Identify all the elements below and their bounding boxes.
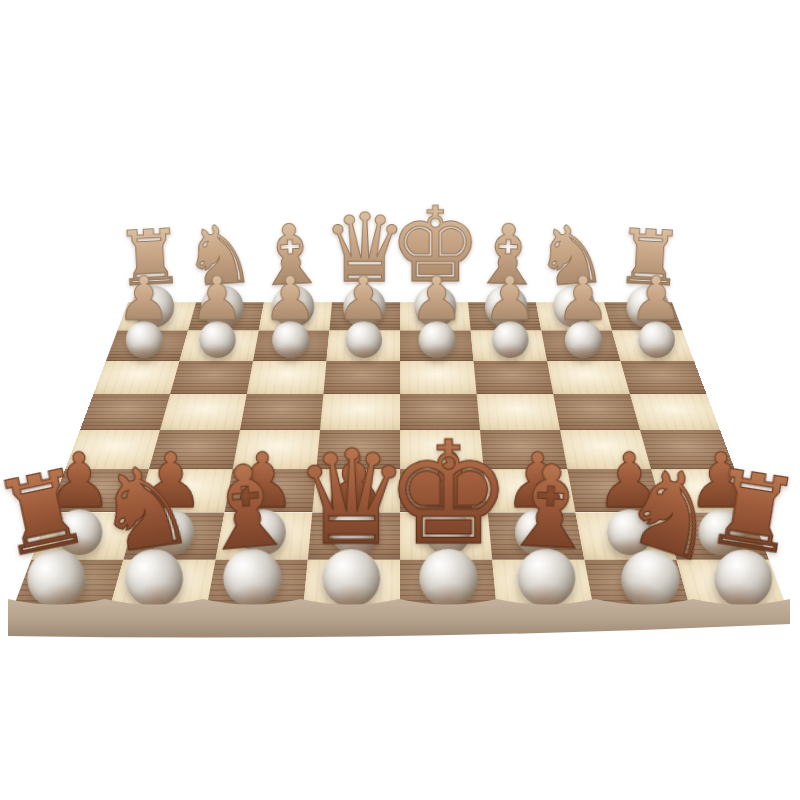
king-glyph: ♚ xyxy=(384,426,512,561)
piece-walnut-pawn-h7[interactable]: ♟ xyxy=(629,271,683,358)
square-c6[interactable] xyxy=(247,361,327,394)
square-b6[interactable] xyxy=(170,361,253,394)
square-h6[interactable] xyxy=(621,361,707,394)
square-d6[interactable] xyxy=(323,361,400,394)
chess-set-photo: ♜♞♝♛♚♝♞♜♟♟♟♟♟♟♟♟♟♟♟♟♟♟♟♟♜♞♝♛♚♝♞♜ xyxy=(0,0,800,800)
pawn-glyph: ♟ xyxy=(410,271,464,328)
bishop-glyph: ♝ xyxy=(191,449,302,565)
square-g7[interactable]: ♟ xyxy=(541,331,620,361)
square-a5[interactable] xyxy=(80,394,170,430)
knight-glyph: ♞ xyxy=(88,450,201,568)
pawn-glyph: ♟ xyxy=(483,271,537,328)
square-g6[interactable] xyxy=(547,361,630,394)
square-h5[interactable] xyxy=(630,394,720,430)
pawn-glyph: ♟ xyxy=(190,271,244,328)
square-f7[interactable]: ♟ xyxy=(471,331,547,361)
square-b7[interactable]: ♟ xyxy=(179,331,258,361)
chess-board: ♜♞♝♛♚♝♞♜♟♟♟♟♟♟♟♟♟♟♟♟♟♟♟♟♜♞♝♛♚♝♞♜ xyxy=(11,302,788,612)
square-d7[interactable]: ♟ xyxy=(326,331,400,361)
board-front-edge xyxy=(6,598,794,644)
square-h7[interactable]: ♟ xyxy=(612,331,694,361)
square-f6[interactable] xyxy=(474,361,554,394)
square-b5[interactable] xyxy=(160,394,247,430)
piece-walnut-pawn-f7[interactable]: ♟ xyxy=(483,271,537,358)
piece-walnut-pawn-c7[interactable]: ♟ xyxy=(263,271,317,358)
piece-walnut-pawn-d7[interactable]: ♟ xyxy=(336,271,390,358)
piece-walnut-pawn-b7[interactable]: ♟ xyxy=(190,271,244,358)
pawn-glyph: ♟ xyxy=(556,271,610,328)
piece-mahogany-bishop-f1[interactable]: ♝ xyxy=(494,451,604,610)
piece-mahogany-bishop-c1[interactable]: ♝ xyxy=(191,449,306,611)
pawn-glyph: ♟ xyxy=(263,271,317,328)
piece-walnut-pawn-e7[interactable]: ♟ xyxy=(410,271,464,358)
piece-mahogany-knight-b1[interactable]: ♞ xyxy=(88,450,208,614)
square-a6[interactable] xyxy=(94,361,180,394)
piece-walnut-pawn-a7[interactable]: ♟ xyxy=(117,271,171,358)
pawn-glyph: ♟ xyxy=(117,271,171,328)
front-edge-wavy-face xyxy=(8,599,790,638)
piece-walnut-pawn-g7[interactable]: ♟ xyxy=(556,271,610,358)
square-e7[interactable]: ♟ xyxy=(400,331,474,361)
square-e6[interactable] xyxy=(400,361,477,394)
pawn-glyph: ♟ xyxy=(629,271,683,328)
square-c7[interactable]: ♟ xyxy=(253,331,329,361)
square-a7[interactable]: ♟ xyxy=(106,331,188,361)
piece-mahogany-king-e1[interactable]: ♚ xyxy=(384,426,512,607)
pawn-glyph: ♟ xyxy=(336,271,390,328)
square-g5[interactable] xyxy=(553,394,640,430)
bishop-glyph: ♝ xyxy=(497,451,604,564)
